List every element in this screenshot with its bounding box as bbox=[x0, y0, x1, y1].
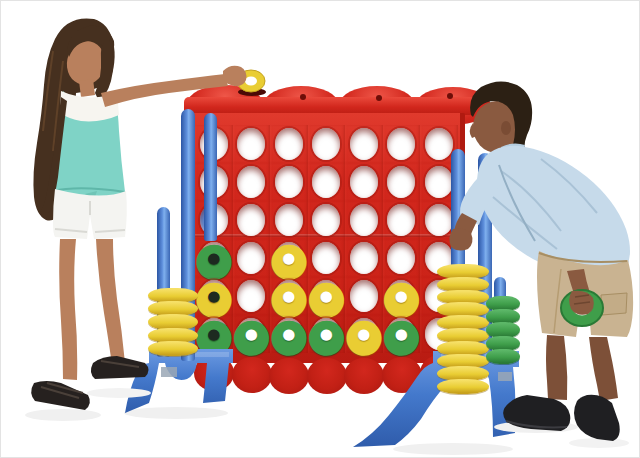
boy-right-leg bbox=[589, 337, 618, 401]
girl-left-leg bbox=[59, 239, 77, 380]
cargo-pocket bbox=[601, 293, 627, 315]
girl-player bbox=[25, 18, 265, 421]
girl-right-sandal bbox=[91, 356, 149, 379]
boy-left-leg bbox=[546, 335, 567, 400]
boy-player bbox=[449, 81, 633, 448]
boy-hand-on-post bbox=[449, 229, 472, 251]
product-photo-connect-four: ●●●●●●●●●●●●●●●●●●●●●●●● bbox=[0, 0, 640, 458]
girl-neck bbox=[79, 79, 95, 97]
girl-right-leg bbox=[96, 239, 125, 365]
girl-arm bbox=[101, 74, 228, 107]
boy-ear bbox=[501, 121, 511, 135]
players bbox=[1, 1, 640, 458]
girl-left-sandal bbox=[31, 381, 90, 410]
boy-right-sneaker bbox=[574, 395, 620, 441]
